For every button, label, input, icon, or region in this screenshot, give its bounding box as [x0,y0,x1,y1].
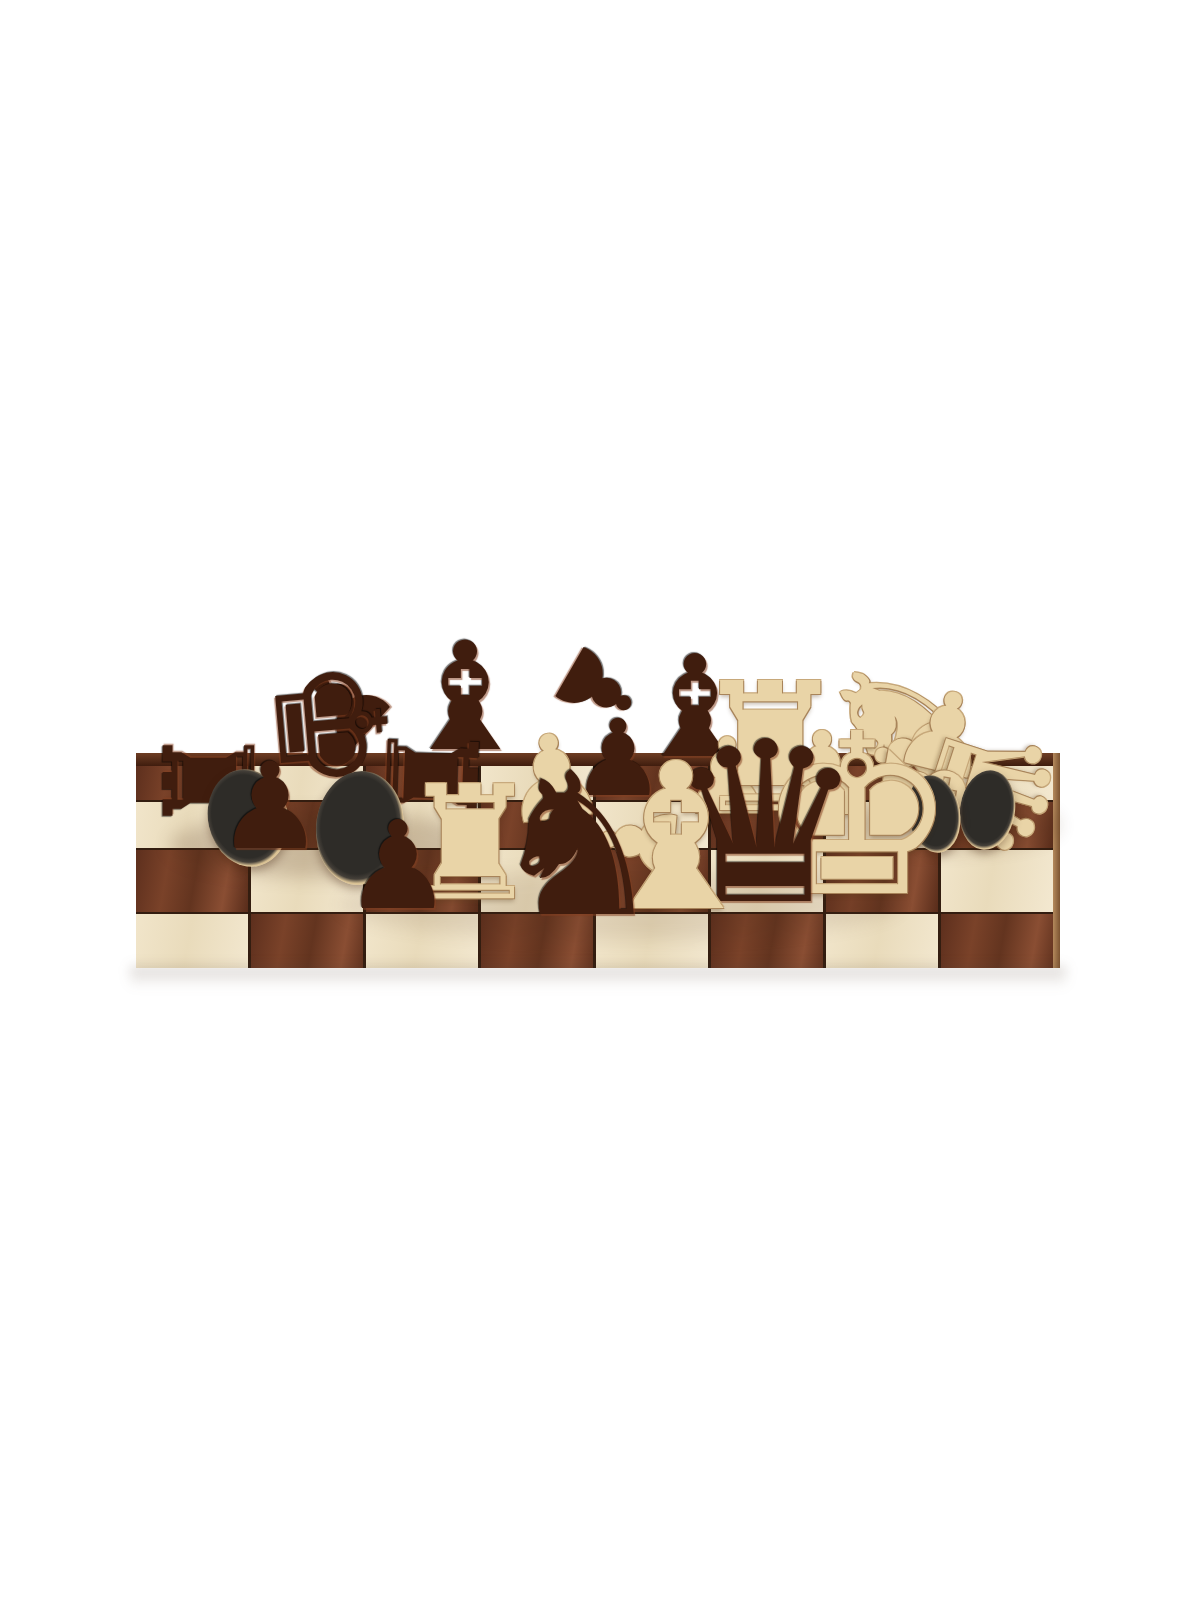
board-square [596,802,708,848]
board-square [941,914,1053,968]
board-square [366,850,478,912]
board-square [826,914,938,968]
board-square [136,802,248,848]
board-square [596,766,708,800]
board-square [481,850,593,912]
board-right-edge [1053,753,1060,968]
board-square [711,850,823,912]
board-square [251,914,363,968]
board-square [941,766,1053,800]
board-square [136,850,248,912]
board-square [596,914,708,968]
board-back-rim [136,753,1060,766]
board-square [366,766,478,800]
board-square [136,766,248,800]
board-square [826,802,938,848]
board-square [366,914,478,968]
board-square [826,850,938,912]
board-square [481,802,593,848]
board-square [366,802,478,848]
board-square [711,802,823,848]
product-photo-canvas: ♟♟♟♝♝♞♛♚♜♜♟♟♚♝♜♜♟♟♟♟♞♛♝♟♟ [0,0,1200,1600]
board-square [251,766,363,800]
dark-pawn-fallen: ♟ [535,627,661,750]
dark-bishop: ♝ [398,622,532,772]
board-square [251,850,363,912]
board-square [941,802,1053,848]
board-square [941,850,1053,912]
board-square [711,914,823,968]
board-square [481,766,593,800]
board-square [136,914,248,968]
board-square [711,766,823,800]
board-front-shadow [130,966,1066,988]
board-square [251,802,363,848]
chessboard [136,753,1060,968]
board-square [481,914,593,968]
board-square [596,850,708,912]
board-squares-grid [136,766,1053,968]
board-square [826,766,938,800]
